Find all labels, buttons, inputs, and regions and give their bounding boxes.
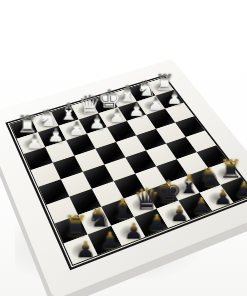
piece-base-shadow [226,182,247,199]
board-frame: ♜♞♝♛♚♝♞♜♟♟♟♟♟♟♟♟♜♞♝♛♚♝♞♜♟♟♟♟♟♟♟♟ [0,59,247,296]
board-grid: ♜♞♝♛♚♝♞♜♟♟♟♟♟♟♟♟♜♞♝♛♚♝♞♜♟♟♟♟♟♟♟♟ [10,78,247,264]
piece-base-shadow [42,130,62,144]
piece-base-shadow [68,240,92,260]
chess-set-photo: ♜♞♝♛♚♝♞♜♟♟♟♟♟♟♟♟♜♞♝♛♚♝♞♜♟♟♟♟♟♟♟♟ [0,0,247,296]
piece-base-shadow [94,98,113,111]
piece-base-shadow [213,165,236,181]
piece-base-shadow [14,122,33,136]
piece-base-shadow [21,136,41,151]
piece-base-shadow [162,206,186,224]
piece-base-shadow [141,99,161,112]
piece-base-shadow [132,87,151,99]
piece-base-shadow [193,173,216,189]
piece-base-shadow [116,222,140,241]
piece-base-shadow [151,81,170,93]
scene: ♜♞♝♛♚♝♞♜♟♟♟♟♟♟♟♟♜♞♝♛♚♝♞♜♟♟♟♟♟♟♟♟ [0,0,247,296]
piece-base-shadow [93,231,117,251]
piece-base-shadow [63,123,83,137]
piece-base-shadow [150,188,173,205]
piece-base-shadow [139,214,163,233]
square-r6c2 [69,189,101,215]
piece-base-shadow [129,196,152,214]
piece-base-shadow [184,198,207,216]
piece-base-shadow [172,180,195,197]
piece-base-shadow [205,190,228,207]
